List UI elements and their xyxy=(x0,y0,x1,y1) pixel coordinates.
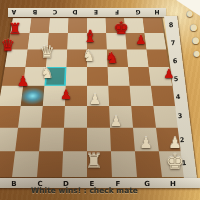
white-knight-e6[interactable]: ♞ xyxy=(82,49,95,64)
rank-label-1: 1 xyxy=(181,160,186,167)
chess-game-screen: ●●●● ABCDEFGHABCDEFGH87654321 ♜♛♚♝♟♞♟♟♟♛… xyxy=(0,0,200,200)
rank-label-5: 5 xyxy=(173,76,178,83)
red-pawn-b5[interactable]: ♟ xyxy=(17,74,30,88)
square-h6[interactable] xyxy=(146,49,169,66)
square-b1[interactable] xyxy=(12,151,39,177)
file-label-bottom-b: B xyxy=(11,181,16,188)
square-b2[interactable] xyxy=(15,128,41,152)
side-table-piece-4: ● xyxy=(194,50,200,58)
square-h8[interactable] xyxy=(143,18,164,33)
square-c2[interactable] xyxy=(39,128,64,152)
square-c8[interactable] xyxy=(49,18,69,33)
square-f5[interactable] xyxy=(108,67,130,86)
white-pawn-g2[interactable]: ♟ xyxy=(139,136,152,151)
square-e2[interactable] xyxy=(87,128,111,152)
file-label-top-h: H xyxy=(154,9,159,15)
square-g4[interactable] xyxy=(130,86,154,106)
white-pawn-e4[interactable]: ♟ xyxy=(89,92,102,106)
rank-label-7: 7 xyxy=(170,40,175,47)
square-g6[interactable] xyxy=(127,49,149,66)
square-h7[interactable] xyxy=(144,33,166,49)
rank-label-8: 8 xyxy=(168,22,173,29)
rank-label-3: 3 xyxy=(177,113,182,120)
square-c3[interactable] xyxy=(41,106,65,128)
square-g1[interactable] xyxy=(135,151,162,177)
side-table-piece-1: ● xyxy=(187,10,194,18)
red-pawn-g7[interactable]: ♟ xyxy=(136,34,147,46)
white-pawn-f3[interactable]: ♟ xyxy=(110,114,123,128)
file-label-top-d: D xyxy=(73,9,78,15)
square-f2[interactable] xyxy=(110,128,135,152)
square-d1[interactable] xyxy=(62,151,87,177)
status-message: White wins! : check mate xyxy=(31,186,138,195)
square-e5[interactable] xyxy=(87,67,108,86)
square-b8[interactable] xyxy=(30,18,50,33)
square-c1[interactable] xyxy=(37,151,63,177)
square-e3[interactable] xyxy=(87,106,110,128)
red-knight-f6[interactable]: ♞ xyxy=(105,51,118,66)
red-rook-a8[interactable]: ♜ xyxy=(8,22,21,37)
file-label-top-f: F xyxy=(115,9,119,15)
rank-label-2: 2 xyxy=(179,137,184,144)
side-table-piece-3: ● xyxy=(192,36,200,45)
rank-label-6: 6 xyxy=(172,58,177,65)
square-g3[interactable] xyxy=(131,106,156,128)
file-label-top-b: B xyxy=(33,9,38,15)
red-bishop-e7[interactable]: ♝ xyxy=(83,29,97,45)
square-d5[interactable] xyxy=(66,67,87,86)
white-knight-c5[interactable]: ♞ xyxy=(40,66,53,81)
square-f4[interactable] xyxy=(108,86,131,106)
side-table-piece-2: ● xyxy=(190,23,198,32)
square-g5[interactable] xyxy=(128,67,151,86)
file-label-bottom-g: G xyxy=(144,181,150,188)
square-f1[interactable] xyxy=(111,151,137,177)
file-label-bottom-h: H xyxy=(170,181,176,188)
white-queen-c6[interactable]: ♛ xyxy=(39,44,54,61)
file-label-top-a: A xyxy=(12,9,17,15)
rank-label-4: 4 xyxy=(175,94,180,101)
square-b3[interactable] xyxy=(18,106,43,128)
white-rook-e1[interactable]: ♜ xyxy=(85,151,103,171)
file-label-top-g: G xyxy=(136,9,141,15)
red-king-f8[interactable]: ♚ xyxy=(113,20,128,37)
file-label-top-e: E xyxy=(94,9,98,15)
square-h4[interactable] xyxy=(151,86,176,106)
red-pawn-d4[interactable]: ♟ xyxy=(60,88,72,101)
square-d3[interactable] xyxy=(64,106,87,128)
red-queen-a7[interactable]: ♛ xyxy=(1,38,15,54)
square-d2[interactable] xyxy=(63,128,87,152)
file-label-top-c: C xyxy=(53,9,57,15)
